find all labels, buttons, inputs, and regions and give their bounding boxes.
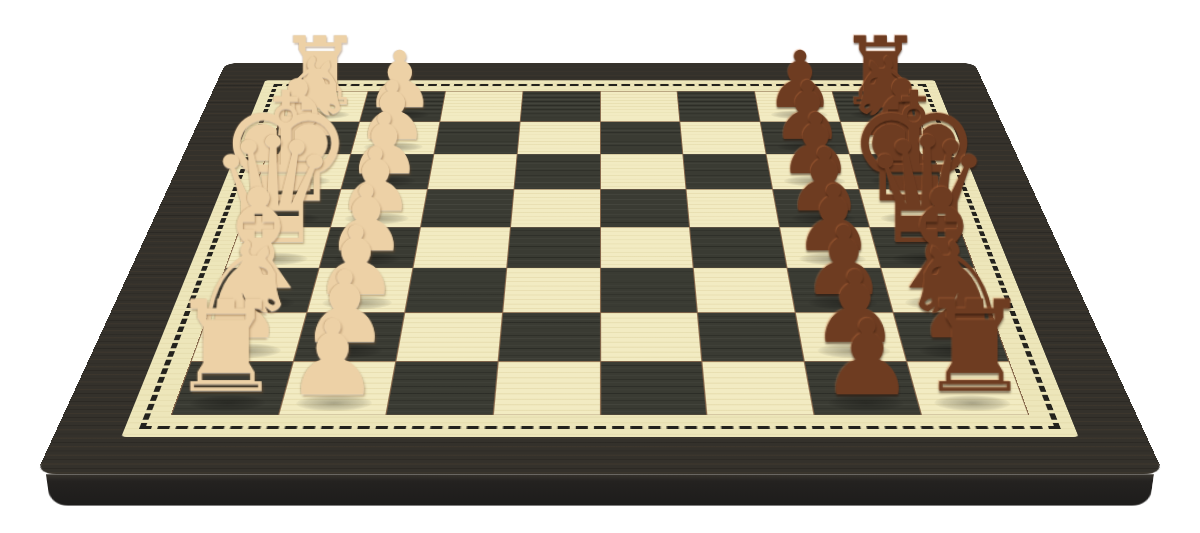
square-h4[interactable] (520, 91, 599, 121)
board-front-edge (46, 474, 1154, 506)
square-h3[interactable] (440, 91, 522, 121)
square-h5[interactable] (600, 91, 679, 121)
square-d6[interactable] (690, 227, 786, 268)
square-h6[interactable] (678, 91, 760, 121)
square-e6[interactable] (687, 189, 779, 226)
square-d5[interactable] (601, 227, 694, 268)
product-photo-canvas: ♜♟♟♜♞♟♟♞♝♟♟♝♚♟♟♚♛♟♟♛♝♟♟♝♞♟♟♞♜♟♟♜ (0, 0, 1200, 533)
board-grid: ♜♟♟♜♞♟♟♞♝♟♟♝♚♟♟♚♛♟♟♛♝♟♟♝♞♟♟♞♜♟♟♜ (171, 91, 1030, 415)
square-b5[interactable] (601, 313, 702, 361)
chess-board: ♜♟♟♜♞♟♟♞♝♟♟♝♚♟♟♚♛♟♟♛♝♟♟♝♞♟♟♞♜♟♟♜ (36, 63, 1164, 474)
square-a5[interactable] (601, 362, 707, 415)
square-a2[interactable]: ♟ (279, 362, 395, 415)
square-e5[interactable] (600, 189, 689, 226)
square-e4[interactable] (511, 189, 600, 226)
square-g6[interactable] (681, 122, 766, 154)
square-g3[interactable] (434, 122, 519, 154)
square-a7[interactable]: ♟ (805, 362, 921, 415)
white-pawn-piece[interactable]: ♟ (286, 306, 380, 411)
square-a8[interactable]: ♜ (907, 362, 1028, 415)
square-b3[interactable] (396, 313, 502, 361)
square-a4[interactable] (493, 362, 599, 415)
square-a6[interactable] (703, 362, 814, 415)
square-b6[interactable] (698, 313, 804, 361)
black-rook-piece[interactable]: ♜ (917, 285, 1030, 411)
square-b4[interactable] (498, 313, 599, 361)
square-g5[interactable] (600, 122, 682, 154)
square-d3[interactable] (413, 227, 509, 268)
board-perspective-wrapper: ♜♟♟♜♞♟♟♞♝♟♟♝♚♟♟♚♛♟♟♛♝♟♟♝♞♟♟♞♜♟♟♜ (0, 0, 1200, 533)
square-d4[interactable] (507, 227, 600, 268)
square-a3[interactable] (386, 362, 497, 415)
black-pawn-piece[interactable]: ♟ (820, 306, 914, 411)
square-e3[interactable] (421, 189, 513, 226)
white-rook-piece[interactable]: ♜ (170, 285, 283, 411)
square-a1[interactable]: ♜ (172, 362, 293, 415)
square-g4[interactable] (517, 122, 599, 154)
